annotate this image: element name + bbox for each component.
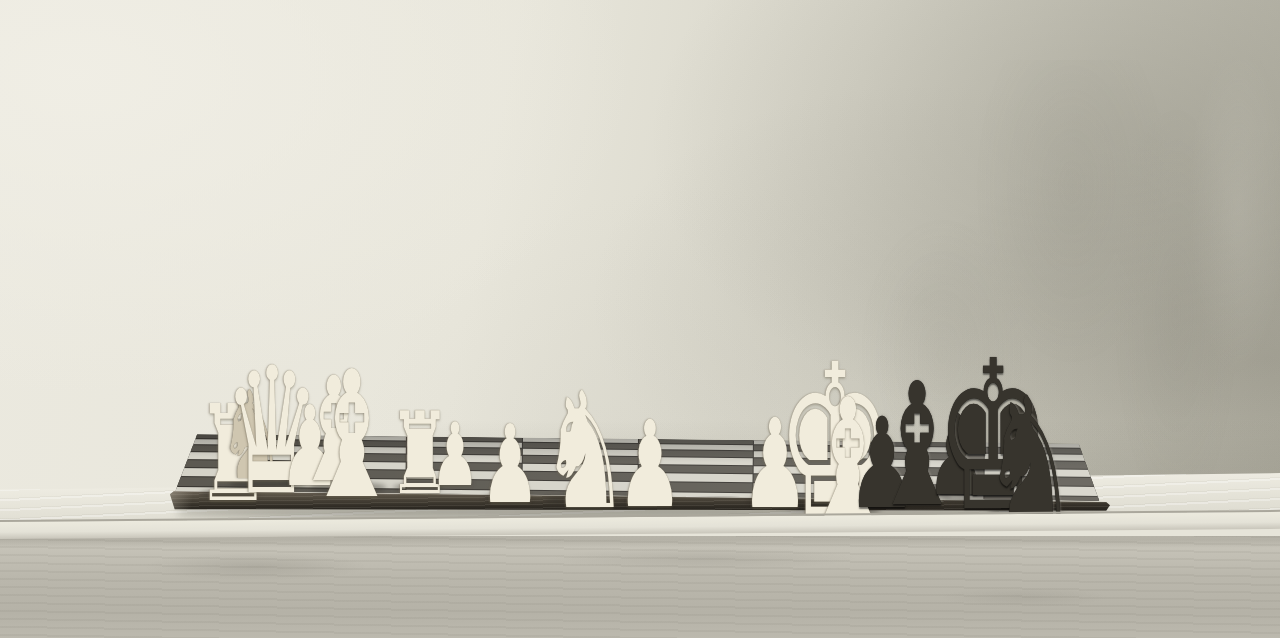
board-square bbox=[176, 445, 291, 452]
board-square bbox=[754, 451, 869, 458]
table-face-texture bbox=[0, 536, 1280, 638]
board-square bbox=[638, 473, 753, 482]
board-square bbox=[869, 475, 984, 484]
board-square bbox=[869, 467, 984, 475]
board-square bbox=[175, 476, 290, 487]
board-square bbox=[754, 483, 869, 494]
board-square bbox=[638, 457, 753, 465]
chess-board-surface bbox=[175, 434, 1100, 501]
board-square bbox=[523, 456, 638, 464]
board-square bbox=[638, 482, 753, 493]
board-square bbox=[870, 453, 985, 460]
board-square bbox=[754, 458, 869, 466]
board-square bbox=[176, 467, 291, 476]
board-square bbox=[985, 468, 1100, 476]
board-square bbox=[291, 461, 406, 469]
board-square bbox=[869, 484, 984, 495]
board-square bbox=[985, 485, 1100, 496]
board-square bbox=[291, 446, 406, 453]
board-square bbox=[638, 465, 753, 473]
photo-scene: ♜♞♛♟♝♝♜♟♟♞♟♟♚♝♟♝♟♚♞ bbox=[0, 0, 1280, 638]
board-square bbox=[754, 466, 869, 474]
board-square bbox=[754, 474, 869, 483]
board-square bbox=[291, 478, 406, 489]
board-square bbox=[522, 480, 637, 491]
board-square bbox=[407, 470, 522, 479]
board-square bbox=[407, 455, 522, 463]
board-square bbox=[522, 471, 637, 480]
board-square bbox=[985, 476, 1100, 485]
board-square bbox=[523, 449, 638, 456]
board-square bbox=[407, 462, 522, 470]
board-square bbox=[985, 461, 1100, 469]
board-square bbox=[291, 469, 406, 478]
board-square bbox=[291, 453, 406, 461]
board-square bbox=[985, 454, 1100, 461]
wall-texture-smudges bbox=[760, 60, 1280, 480]
board-square bbox=[523, 463, 638, 471]
board-square bbox=[407, 448, 522, 455]
board-square bbox=[176, 459, 291, 467]
table-front-face bbox=[0, 536, 1280, 638]
board-square bbox=[869, 460, 984, 468]
board-square bbox=[407, 479, 522, 490]
board-square bbox=[638, 450, 753, 457]
board-square bbox=[176, 452, 291, 460]
